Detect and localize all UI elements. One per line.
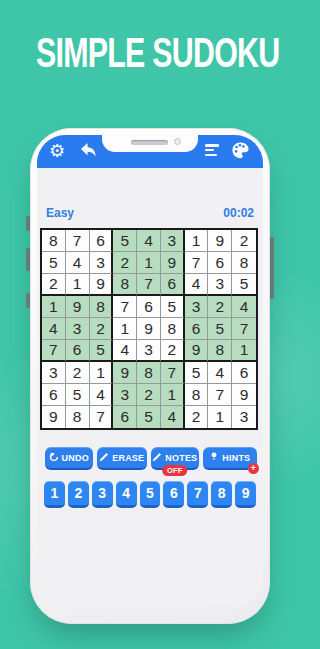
sudoku-cell[interactable]: 6 xyxy=(137,296,161,318)
difficulty-label: Easy xyxy=(46,206,74,220)
notes-off-badge: OFF xyxy=(162,465,188,477)
sudoku-cell[interactable]: 2 xyxy=(42,274,66,296)
sudoku-cell[interactable]: 3 xyxy=(208,274,232,296)
settings-gear-icon[interactable]: ⚙ xyxy=(49,140,65,162)
sudoku-cell[interactable]: 5 xyxy=(66,384,90,406)
phone-screen: ⚙ Easy 00:02 876543192543219768219876435… xyxy=(37,135,263,607)
sudoku-cell[interactable]: 8 xyxy=(42,230,66,252)
sudoku-cell[interactable]: 7 xyxy=(90,406,114,428)
sudoku-cell[interactable]: 4 xyxy=(90,384,114,406)
hints-button[interactable]: HINTS + xyxy=(203,447,257,470)
sudoku-cell[interactable]: 6 xyxy=(66,340,90,362)
notes-label: NOTES xyxy=(165,453,197,463)
app-title: SIMPLE SUDOKU xyxy=(36,29,264,75)
sudoku-cell[interactable]: 6 xyxy=(90,230,114,252)
back-arrow-icon[interactable] xyxy=(79,142,98,163)
sudoku-cell[interactable]: 4 xyxy=(161,406,185,428)
sudoku-cell[interactable]: 6 xyxy=(42,384,66,406)
sudoku-cell[interactable]: 1 xyxy=(90,362,114,384)
sudoku-cell[interactable]: 5 xyxy=(90,340,114,362)
sudoku-cell[interactable]: 9 xyxy=(137,318,161,340)
sudoku-cell[interactable]: 9 xyxy=(232,384,256,406)
sudoku-cell[interactable]: 7 xyxy=(232,318,256,340)
sudoku-cell[interactable]: 4 xyxy=(113,340,137,362)
sudoku-cell[interactable]: 8 xyxy=(208,340,232,362)
notes-pencil-icon xyxy=(152,452,162,464)
phone-speaker xyxy=(131,140,168,145)
sudoku-cell[interactable]: 5 xyxy=(232,274,256,296)
timer-label: 00:02 xyxy=(223,206,254,220)
sudoku-cell[interactable]: 7 xyxy=(161,362,185,384)
sudoku-cell[interactable]: 4 xyxy=(208,362,232,384)
sudoku-cell[interactable]: 9 xyxy=(208,230,232,252)
sudoku-cell[interactable]: 3 xyxy=(137,340,161,362)
sudoku-cell[interactable]: 6 xyxy=(232,362,256,384)
undo-button[interactable]: UNDO xyxy=(45,447,93,470)
sudoku-cell[interactable]: 3 xyxy=(90,252,114,274)
sudoku-cell[interactable]: 1 xyxy=(66,274,90,296)
game-info-row: Easy 00:02 xyxy=(46,206,254,220)
sudoku-cell[interactable]: 9 xyxy=(66,296,90,318)
sudoku-cell[interactable]: 2 xyxy=(137,384,161,406)
palette-icon[interactable] xyxy=(231,141,250,164)
sudoku-cell[interactable]: 1 xyxy=(232,340,256,362)
sudoku-cell[interactable]: 5 xyxy=(113,230,137,252)
phone-frame: ⚙ Easy 00:02 876543192543219768219876435… xyxy=(30,128,270,624)
sudoku-cell[interactable]: 2 xyxy=(208,296,232,318)
numpad-button-8[interactable]: 8 xyxy=(211,481,232,508)
sudoku-cell[interactable]: 3 xyxy=(232,406,256,428)
erase-label: ERASE xyxy=(112,453,144,463)
hints-bulb-icon xyxy=(209,451,219,464)
erase-pencil-icon xyxy=(99,452,109,464)
sudoku-cell[interactable]: 8 xyxy=(161,318,185,340)
sudoku-cell[interactable]: 3 xyxy=(161,230,185,252)
sudoku-cell[interactable]: 4 xyxy=(185,274,209,296)
sudoku-cell[interactable]: 5 xyxy=(161,296,185,318)
sudoku-cell[interactable]: 3 xyxy=(42,362,66,384)
sudoku-cell[interactable]: 1 xyxy=(137,252,161,274)
numpad-button-1[interactable]: 1 xyxy=(44,481,65,508)
sudoku-cell[interactable]: 7 xyxy=(113,296,137,318)
numpad-button-6[interactable]: 6 xyxy=(163,481,184,508)
sudoku-cell[interactable]: 3 xyxy=(66,318,90,340)
sudoku-cell[interactable]: 8 xyxy=(90,296,114,318)
numpad-button-2[interactable]: 2 xyxy=(68,481,89,508)
sudoku-cell[interactable]: 6 xyxy=(208,252,232,274)
phone-notch xyxy=(102,135,198,152)
sudoku-cell[interactable]: 2 xyxy=(90,318,114,340)
undo-label: UNDO xyxy=(62,453,89,463)
notes-button[interactable]: NOTES OFF xyxy=(151,447,199,470)
sudoku-cell[interactable]: 9 xyxy=(185,340,209,362)
sudoku-cell[interactable]: 2 xyxy=(113,252,137,274)
sudoku-cell[interactable]: 5 xyxy=(137,406,161,428)
numpad-button-4[interactable]: 4 xyxy=(116,481,137,508)
numpad-button-7[interactable]: 7 xyxy=(187,481,208,508)
sudoku-cell[interactable]: 5 xyxy=(42,252,66,274)
numpad-button-5[interactable]: 5 xyxy=(140,481,161,508)
menu-bars-icon[interactable] xyxy=(205,144,221,157)
numpad-button-3[interactable]: 3 xyxy=(92,481,113,508)
sudoku-cell[interactable]: 9 xyxy=(113,362,137,384)
sudoku-cell[interactable]: 7 xyxy=(137,274,161,296)
sudoku-cell[interactable]: 1 xyxy=(42,296,66,318)
sudoku-cell[interactable]: 2 xyxy=(161,340,185,362)
sudoku-cell[interactable]: 1 xyxy=(208,406,232,428)
sudoku-cell[interactable]: 4 xyxy=(42,318,66,340)
sudoku-cell[interactable]: 3 xyxy=(113,384,137,406)
undo-icon xyxy=(49,452,59,464)
sudoku-cell[interactable]: 7 xyxy=(208,384,232,406)
sudoku-cell[interactable]: 6 xyxy=(161,274,185,296)
sudoku-cell[interactable]: 4 xyxy=(232,296,256,318)
sudoku-cell[interactable]: 5 xyxy=(185,362,209,384)
sudoku-cell[interactable]: 7 xyxy=(66,230,90,252)
sudoku-cell[interactable]: 4 xyxy=(137,230,161,252)
sudoku-cell[interactable]: 2 xyxy=(185,406,209,428)
sudoku-cell[interactable]: 8 xyxy=(137,362,161,384)
sudoku-cell[interactable]: 2 xyxy=(232,230,256,252)
sudoku-cell[interactable]: 9 xyxy=(90,274,114,296)
numpad-button-9[interactable]: 9 xyxy=(235,481,256,508)
sudoku-cell[interactable]: 1 xyxy=(161,384,185,406)
sudoku-cell[interactable]: 3 xyxy=(185,296,209,318)
phone-camera xyxy=(174,138,181,145)
sudoku-cell[interactable]: 8 xyxy=(66,406,90,428)
sudoku-cell[interactable]: 7 xyxy=(42,340,66,362)
sudoku-cell[interactable]: 8 xyxy=(113,274,137,296)
sudoku-cell[interactable]: 4 xyxy=(66,252,90,274)
sudoku-cell[interactable]: 5 xyxy=(208,318,232,340)
hints-plus-badge: + xyxy=(248,463,259,474)
sudoku-cell[interactable]: 8 xyxy=(232,252,256,274)
sudoku-cell[interactable]: 2 xyxy=(66,362,90,384)
sudoku-cell[interactable]: 8 xyxy=(185,384,209,406)
sudoku-cell[interactable]: 6 xyxy=(185,318,209,340)
sudoku-cell[interactable]: 1 xyxy=(113,318,137,340)
sudoku-cell[interactable]: 1 xyxy=(185,230,209,252)
sudoku-cell[interactable]: 9 xyxy=(42,406,66,428)
sudoku-cell[interactable]: 9 xyxy=(161,252,185,274)
sudoku-cell[interactable]: 6 xyxy=(113,406,137,428)
sudoku-cell[interactable]: 7 xyxy=(185,252,209,274)
number-pad: 123456789 xyxy=(44,481,256,508)
hints-label: HINTS xyxy=(222,453,250,463)
erase-button[interactable]: ERASE xyxy=(97,447,148,470)
toolbar: UNDO ERASE NOTES OFF HINTS + xyxy=(45,447,257,470)
sudoku-grid: 8765431925432197682198764351987653244321… xyxy=(40,228,258,430)
